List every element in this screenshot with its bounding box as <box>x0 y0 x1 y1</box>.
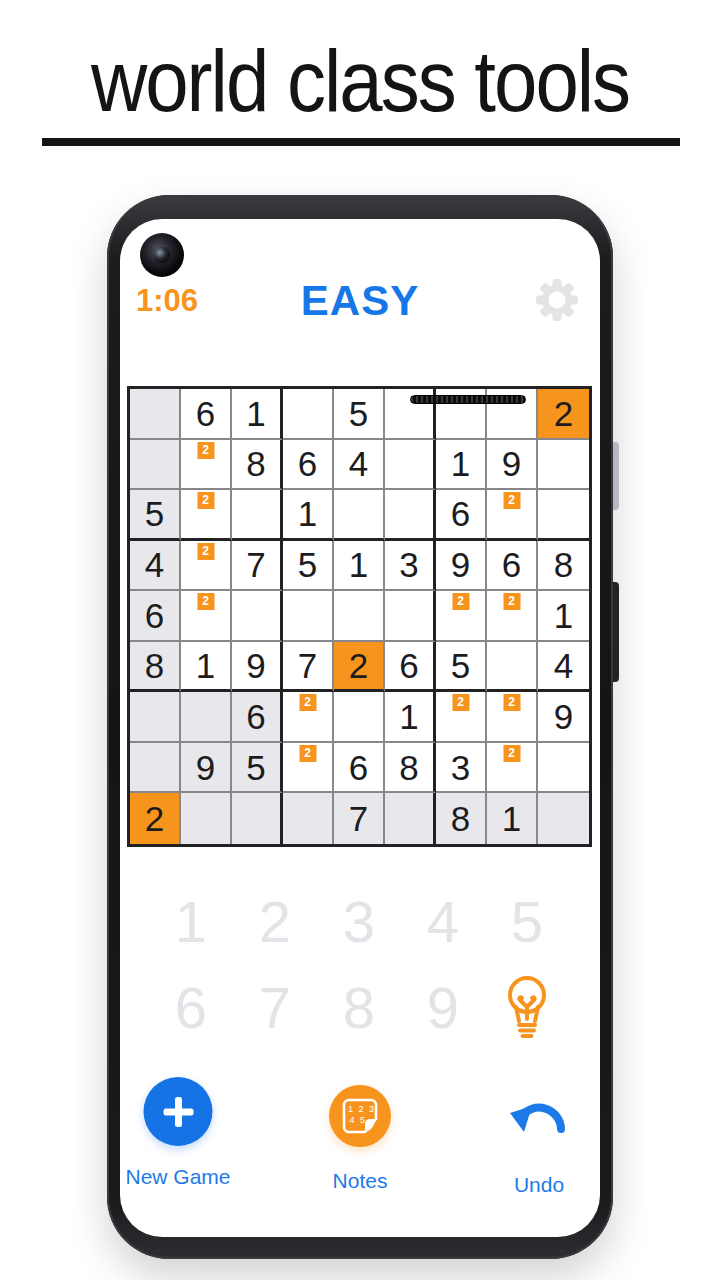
sudoku-cell-r8c6[interactable]: 8 <box>385 743 436 794</box>
pencil-note: 2 <box>452 694 469 711</box>
sudoku-cell-r5c8[interactable]: 2 <box>487 591 538 642</box>
sudoku-cell-r6c2[interactable]: 1 <box>181 642 232 693</box>
difficulty-title: EASY <box>120 277 600 325</box>
cell-digit: 9 <box>451 547 470 582</box>
cell-digit: 6 <box>349 750 368 785</box>
numpad-digit-3[interactable]: 3 <box>317 885 401 957</box>
sudoku-cell-r3c5[interactable] <box>334 490 385 541</box>
sudoku-cell-r4c4[interactable]: 5 <box>283 541 334 592</box>
sudoku-cell-r6c5[interactable]: 2 <box>334 642 385 693</box>
sudoku-cell-r5c7[interactable]: 2 <box>436 591 487 642</box>
sudoku-cell-r3c4[interactable]: 1 <box>283 490 334 541</box>
notes-button[interactable]: 1 2 3 4 5 Notes <box>329 1081 391 1147</box>
cell-digit: 9 <box>246 648 265 683</box>
cell-digit: 9 <box>502 446 521 481</box>
numpad-row-2: 6789 <box>149 971 569 1043</box>
pencil-note: 2 <box>197 442 214 459</box>
sudoku-cell-r9c3[interactable] <box>232 793 283 844</box>
sudoku-cell-r6c6[interactable]: 6 <box>385 642 436 693</box>
sudoku-cell-r9c5[interactable]: 7 <box>334 793 385 844</box>
cell-digit: 6 <box>196 396 215 431</box>
cell-digit: 1 <box>399 699 418 734</box>
sudoku-cell-r7c7[interactable]: 2 <box>436 692 487 743</box>
sudoku-cell-r7c4[interactable]: 2 <box>283 692 334 743</box>
cell-digit: 5 <box>349 396 368 431</box>
sudoku-cell-r7c9[interactable]: 9 <box>538 692 589 743</box>
pencil-note: 2 <box>197 543 214 560</box>
sudoku-cell-r5c2[interactable]: 2 <box>181 591 232 642</box>
cell-digit: 7 <box>349 801 368 836</box>
svg-text:1 2 3: 1 2 3 <box>348 1104 376 1114</box>
sudoku-cell-r4c2[interactable]: 2 <box>181 541 232 592</box>
cell-digit: 1 <box>554 598 573 633</box>
pencil-note: 2 <box>503 492 520 509</box>
sudoku-cell-r5c6[interactable] <box>385 591 436 642</box>
cell-digit: 6 <box>451 496 470 531</box>
sudoku-cell-r3c2[interactable]: 2 <box>181 490 232 541</box>
sudoku-cell-r5c4[interactable] <box>283 591 334 642</box>
sudoku-cell-r3c8[interactable]: 2 <box>487 490 538 541</box>
sudoku-cell-r2c7[interactable]: 1 <box>436 440 487 491</box>
pencil-note: 2 <box>503 745 520 762</box>
cell-digit: 6 <box>246 699 265 734</box>
sudoku-cell-r3c7[interactable]: 6 <box>436 490 487 541</box>
sudoku-cell-r5c9[interactable]: 1 <box>538 591 589 642</box>
cell-digit: 8 <box>554 547 573 582</box>
numpad-row-1: 12345 <box>149 885 569 957</box>
cell-digit: 8 <box>451 801 470 836</box>
sudoku-cell-r2c6[interactable] <box>385 440 436 491</box>
cell-digit: 6 <box>145 598 164 633</box>
cell-digit: 1 <box>451 446 470 481</box>
cell-digit: 1 <box>298 496 317 531</box>
cell-digit: 7 <box>298 648 317 683</box>
sudoku-cell-r4c5[interactable]: 1 <box>334 541 385 592</box>
sudoku-cell-r2c5[interactable]: 4 <box>334 440 385 491</box>
cell-digit: 1 <box>349 547 368 582</box>
sudoku-cell-r9c2[interactable] <box>181 793 232 844</box>
sudoku-cell-r8c3[interactable]: 5 <box>232 743 283 794</box>
sudoku-cell-r6c9[interactable]: 4 <box>538 642 589 693</box>
phone-frame: 1:06 EASY <box>107 195 613 1259</box>
sudoku-cell-r6c7[interactable]: 5 <box>436 642 487 693</box>
sudoku-cell-r5c5[interactable] <box>334 591 385 642</box>
pencil-note: 2 <box>299 745 316 762</box>
cell-digit: 6 <box>502 547 521 582</box>
plus-icon[interactable] <box>144 1077 213 1146</box>
sudoku-cell-r5c3[interactable] <box>232 591 283 642</box>
sudoku-cell-r2c3[interactable]: 8 <box>232 440 283 491</box>
new-game-button[interactable]: New Game <box>144 1077 213 1146</box>
cell-digit: 4 <box>145 547 164 582</box>
page: world class tools 1:06 EASY <box>0 0 720 1280</box>
sudoku-cell-r4c9[interactable]: 8 <box>538 541 589 592</box>
sudoku-cell-r8c1[interactable] <box>130 743 181 794</box>
undo-button[interactable]: Undo <box>508 1085 570 1147</box>
power-button <box>612 582 619 682</box>
cell-digit: 5 <box>451 648 470 683</box>
numpad-digit-9[interactable]: 9 <box>401 971 485 1043</box>
sudoku-cell-r6c4[interactable]: 7 <box>283 642 334 693</box>
cell-digit: 2 <box>145 801 164 836</box>
cell-digit: 5 <box>145 496 164 531</box>
sudoku-cell-r7c6[interactable]: 1 <box>385 692 436 743</box>
sudoku-cell-r2c9[interactable] <box>538 440 589 491</box>
speaker-grille-icon <box>410 395 526 404</box>
cell-digit: 6 <box>399 648 418 683</box>
front-camera-icon <box>140 233 184 277</box>
sudoku-cell-r7c2[interactable] <box>181 692 232 743</box>
sudoku-cell-r1c3[interactable]: 1 <box>232 389 283 440</box>
settings-gear-icon[interactable] <box>530 273 584 327</box>
sudoku-cell-r2c8[interactable]: 9 <box>487 440 538 491</box>
notes-label: Notes <box>333 1169 388 1193</box>
cell-digit: 5 <box>298 547 317 582</box>
sudoku-cell-r4c7[interactable]: 9 <box>436 541 487 592</box>
sudoku-cell-r9c1[interactable]: 2 <box>130 793 181 844</box>
sudoku-cell-r9c7[interactable]: 8 <box>436 793 487 844</box>
sudoku-cell-r2c1[interactable] <box>130 440 181 491</box>
cell-digit: 5 <box>246 750 265 785</box>
sudoku-cell-r1c5[interactable]: 5 <box>334 389 385 440</box>
volume-button <box>612 442 619 510</box>
numpad-digit-1[interactable]: 1 <box>149 885 233 957</box>
sudoku-cell-r7c5[interactable] <box>334 692 385 743</box>
sudoku-cell-r6c1[interactable]: 8 <box>130 642 181 693</box>
sudoku-cell-r1c4[interactable] <box>283 389 334 440</box>
numpad-digit-4[interactable]: 4 <box>401 885 485 957</box>
undo-label: Undo <box>514 1173 564 1197</box>
cell-digit: 6 <box>298 446 317 481</box>
pencil-note: 2 <box>503 694 520 711</box>
numpad-digit-5[interactable]: 5 <box>485 885 569 957</box>
cell-digit: 3 <box>399 547 418 582</box>
cell-digit: 1 <box>246 396 265 431</box>
svg-text:4 5: 4 5 <box>350 1115 367 1125</box>
cell-digit: 8 <box>246 446 265 481</box>
sudoku-cell-r1c1[interactable] <box>130 389 181 440</box>
cell-digit: 4 <box>349 446 368 481</box>
cell-digit: 1 <box>196 648 215 683</box>
sudoku-cell-r9c9[interactable] <box>538 793 589 844</box>
hint-lightbulb-icon[interactable] <box>485 971 569 1043</box>
cell-digit: 2 <box>554 396 573 431</box>
headline-title: world class tools <box>0 30 720 132</box>
undo-arrow-icon[interactable] <box>508 1091 570 1147</box>
pencil-note: 2 <box>452 593 469 610</box>
numpad-digit-8[interactable]: 8 <box>317 971 401 1043</box>
sudoku-cell-r7c3[interactable]: 6 <box>232 692 283 743</box>
sudoku-cell-r5c1[interactable]: 6 <box>130 591 181 642</box>
sudoku-grid: 6152286419521624275139686222181972654621… <box>127 386 592 847</box>
sudoku-cell-r4c6[interactable]: 3 <box>385 541 436 592</box>
numpad-digit-6[interactable]: 6 <box>149 971 233 1043</box>
cell-digit: 1 <box>502 801 521 836</box>
cell-digit: 3 <box>451 750 470 785</box>
pencil-note: 2 <box>197 492 214 509</box>
pencil-note: 2 <box>503 593 520 610</box>
sudoku-cell-r7c8[interactable]: 2 <box>487 692 538 743</box>
sudoku-cell-r4c8[interactable]: 6 <box>487 541 538 592</box>
pencil-note: 2 <box>197 593 214 610</box>
cell-digit: 9 <box>196 750 215 785</box>
headline-underline <box>42 138 680 146</box>
sudoku-cell-r4c3[interactable]: 7 <box>232 541 283 592</box>
numpad-digit-2[interactable]: 2 <box>233 885 317 957</box>
sudoku-cell-r4c1[interactable]: 4 <box>130 541 181 592</box>
pencil-note: 2 <box>299 694 316 711</box>
cell-digit: 8 <box>145 648 164 683</box>
phone-screen: 1:06 EASY <box>120 219 600 1237</box>
sudoku-cell-r1c9[interactable]: 2 <box>538 389 589 440</box>
sudoku-cell-r6c8[interactable] <box>487 642 538 693</box>
cell-digit: 4 <box>554 648 573 683</box>
cell-digit: 9 <box>554 699 573 734</box>
cell-digit: 8 <box>399 750 418 785</box>
sudoku-cell-r2c2[interactable]: 2 <box>181 440 232 491</box>
numpad-digit-7[interactable]: 7 <box>233 971 317 1043</box>
note-page-icon[interactable]: 1 2 3 4 5 <box>329 1085 391 1147</box>
sudoku-cell-r8c4[interactable]: 2 <box>283 743 334 794</box>
cell-digit: 2 <box>349 648 368 683</box>
sudoku-cell-r1c2[interactable]: 6 <box>181 389 232 440</box>
sudoku-cell-r8c8[interactable]: 2 <box>487 743 538 794</box>
sudoku-cell-r8c9[interactable] <box>538 743 589 794</box>
sudoku-cell-r9c8[interactable]: 1 <box>487 793 538 844</box>
sudoku-cell-r3c1[interactable]: 5 <box>130 490 181 541</box>
sudoku-cell-r8c2[interactable]: 9 <box>181 743 232 794</box>
sudoku-cell-r3c9[interactable] <box>538 490 589 541</box>
sudoku-cell-r3c6[interactable] <box>385 490 436 541</box>
sudoku-cell-r8c5[interactable]: 6 <box>334 743 385 794</box>
sudoku-cell-r6c3[interactable]: 9 <box>232 642 283 693</box>
new-game-label: New Game <box>125 1165 230 1189</box>
sudoku-cell-r8c7[interactable]: 3 <box>436 743 487 794</box>
sudoku-cell-r9c4[interactable] <box>283 793 334 844</box>
sudoku-cell-r7c1[interactable] <box>130 692 181 743</box>
cell-digit: 7 <box>246 547 265 582</box>
sudoku-cell-r3c3[interactable] <box>232 490 283 541</box>
sudoku-cell-r2c4[interactable]: 6 <box>283 440 334 491</box>
sudoku-cell-r9c6[interactable] <box>385 793 436 844</box>
